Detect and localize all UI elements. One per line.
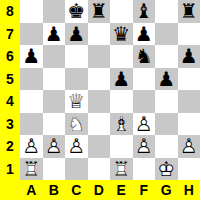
square-g6[interactable] [155,45,178,68]
square-g7[interactable] [155,23,178,46]
chess-board: ♚♜♝♜♟♟♛♟♟♞♟♟♟♛♕♞♘♝♗♟♙♟♙♟♙♟♙♟♙♟♙♜♖♜♖♚♔ [20,0,200,180]
piece-black-rook: ♜ [178,0,201,23]
piece-solid-layer: ♚ [65,0,88,23]
piece-outline-layer: ♕ [65,90,88,113]
square-a2[interactable]: ♟♙ [20,135,43,158]
square-a5[interactable] [20,68,43,91]
piece-solid-layer: ♞ [133,45,156,68]
piece-outline-layer: ♗ [110,113,133,136]
piece-white-pawn: ♟♙ [178,135,201,158]
square-e3[interactable]: ♝♗ [110,113,133,136]
square-d6[interactable] [88,45,111,68]
square-d4[interactable] [88,90,111,113]
piece-solid-layer: ♟ [155,68,178,91]
square-c8[interactable]: ♚ [65,0,88,23]
piece-black-king: ♚ [65,0,88,23]
file-label-h: H [178,180,201,200]
board-corner [0,180,20,200]
piece-black-queen: ♛ [110,23,133,46]
piece-outline-layer: ♙ [133,113,156,136]
piece-white-pawn: ♟♙ [20,135,43,158]
square-g1[interactable]: ♚♔ [155,158,178,181]
square-g4[interactable] [155,90,178,113]
square-c4[interactable]: ♛♕ [65,90,88,113]
square-e8[interactable] [110,0,133,23]
square-h6[interactable]: ♟ [178,45,201,68]
rank-label-6: 6 [0,45,20,68]
square-d2[interactable] [88,135,111,158]
square-a7[interactable] [20,23,43,46]
square-d5[interactable] [88,68,111,91]
piece-solid-layer: ♟ [20,45,43,68]
piece-black-pawn: ♟ [110,68,133,91]
square-b1[interactable] [43,158,66,181]
square-a8[interactable] [20,0,43,23]
square-d1[interactable] [88,158,111,181]
square-h8[interactable]: ♜ [178,0,201,23]
rank-label-8: 8 [0,0,20,23]
piece-black-pawn: ♟ [43,23,66,46]
piece-black-pawn: ♟ [178,45,201,68]
square-f7[interactable]: ♟ [133,23,156,46]
file-label-g: G [155,180,178,200]
square-b6[interactable] [43,45,66,68]
piece-white-rook: ♜♖ [20,158,43,181]
file-label-c: C [65,180,88,200]
square-c5[interactable] [65,68,88,91]
piece-black-knight: ♞ [133,45,156,68]
file-label-a: A [20,180,43,200]
piece-solid-layer: ♟ [110,68,133,91]
file-label-d: D [88,180,111,200]
square-c3[interactable]: ♞♘ [65,113,88,136]
square-d8[interactable]: ♜ [88,0,111,23]
piece-outline-layer: ♙ [20,135,43,158]
file-label-f: F [133,180,156,200]
square-d3[interactable] [88,113,111,136]
rank-label-3: 3 [0,113,20,136]
square-f5[interactable] [133,68,156,91]
piece-white-pawn: ♟♙ [133,135,156,158]
piece-black-pawn: ♟ [155,68,178,91]
square-a4[interactable] [20,90,43,113]
file-label-e: E [110,180,133,200]
piece-white-knight: ♞♘ [65,113,88,136]
square-b2[interactable]: ♟♙ [43,135,66,158]
square-e6[interactable] [110,45,133,68]
piece-outline-layer: ♖ [20,158,43,181]
square-d7[interactable] [88,23,111,46]
piece-outline-layer: ♔ [155,158,178,181]
square-b5[interactable] [43,68,66,91]
piece-black-pawn: ♟ [65,23,88,46]
square-h2[interactable]: ♟♙ [178,135,201,158]
square-h5[interactable] [178,68,201,91]
square-e2[interactable] [110,135,133,158]
square-g3[interactable] [155,113,178,136]
rank-labels: 87654321 [0,0,20,180]
file-labels: ABCDEFGH [20,180,200,200]
rank-label-5: 5 [0,68,20,91]
square-e1[interactable]: ♜♖ [110,158,133,181]
piece-white-pawn: ♟♙ [65,135,88,158]
square-f4[interactable] [133,90,156,113]
square-h4[interactable] [178,90,201,113]
square-b8[interactable] [43,0,66,23]
square-f1[interactable] [133,158,156,181]
square-f3[interactable]: ♟♙ [133,113,156,136]
square-c7[interactable]: ♟ [65,23,88,46]
square-c2[interactable]: ♟♙ [65,135,88,158]
square-a3[interactable] [20,113,43,136]
square-h7[interactable] [178,23,201,46]
square-c1[interactable] [65,158,88,181]
piece-outline-layer: ♙ [65,135,88,158]
square-f2[interactable]: ♟♙ [133,135,156,158]
piece-black-pawn: ♟ [133,23,156,46]
chess-board-frame: 87654321 ♚♜♝♜♟♟♛♟♟♞♟♟♟♛♕♞♘♝♗♟♙♟♙♟♙♟♙♟♙♟♙… [0,0,200,200]
piece-outline-layer: ♙ [178,135,201,158]
piece-solid-layer: ♝ [133,0,156,23]
piece-outline-layer: ♙ [133,135,156,158]
piece-white-king: ♚♔ [155,158,178,181]
piece-outline-layer: ♘ [65,113,88,136]
square-b7[interactable]: ♟ [43,23,66,46]
rank-label-4: 4 [0,90,20,113]
piece-white-pawn: ♟♙ [43,135,66,158]
square-e7[interactable]: ♛ [110,23,133,46]
square-h3[interactable] [178,113,201,136]
piece-solid-layer: ♟ [133,23,156,46]
piece-black-bishop: ♝ [133,0,156,23]
square-b3[interactable] [43,113,66,136]
square-f8[interactable]: ♝ [133,0,156,23]
piece-outline-layer: ♙ [43,135,66,158]
file-label-b: B [43,180,66,200]
piece-solid-layer: ♟ [178,45,201,68]
square-a6[interactable]: ♟ [20,45,43,68]
square-c6[interactable] [65,45,88,68]
square-b4[interactable] [43,90,66,113]
piece-solid-layer: ♜ [88,0,111,23]
piece-solid-layer: ♟ [43,23,66,46]
piece-white-queen: ♛♕ [65,90,88,113]
rank-label-1: 1 [0,158,20,181]
piece-solid-layer: ♟ [65,23,88,46]
square-e4[interactable] [110,90,133,113]
piece-white-rook: ♜♖ [110,158,133,181]
square-f6[interactable]: ♞ [133,45,156,68]
square-a1[interactable]: ♜♖ [20,158,43,181]
square-h1[interactable] [178,158,201,181]
rank-label-7: 7 [0,23,20,46]
square-g8[interactable] [155,0,178,23]
piece-black-pawn: ♟ [20,45,43,68]
piece-outline-layer: ♖ [110,158,133,181]
piece-black-rook: ♜ [88,0,111,23]
piece-solid-layer: ♜ [178,0,201,23]
square-g5[interactable]: ♟ [155,68,178,91]
piece-white-pawn: ♟♙ [133,113,156,136]
rank-label-2: 2 [0,135,20,158]
piece-white-bishop: ♝♗ [110,113,133,136]
piece-solid-layer: ♛ [110,23,133,46]
square-g2[interactable] [155,135,178,158]
square-e5[interactable]: ♟ [110,68,133,91]
